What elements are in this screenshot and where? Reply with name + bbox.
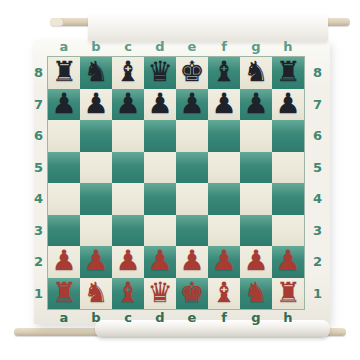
square-c8[interactable]: ♝ — [112, 57, 144, 89]
square-f7[interactable]: ♟ — [208, 89, 240, 121]
rank-label-right-2: 2 — [310, 246, 325, 278]
square-f5[interactable] — [208, 152, 240, 184]
square-h4[interactable] — [272, 183, 304, 215]
square-c7[interactable]: ♟ — [112, 89, 144, 121]
square-f8[interactable]: ♝ — [208, 57, 240, 89]
square-g6[interactable] — [240, 120, 272, 152]
rank-label-left-3: 3 — [31, 215, 46, 247]
square-h8[interactable]: ♜ — [272, 57, 304, 89]
square-e8[interactable]: ♚ — [176, 57, 208, 89]
rank-label-left-6: 6 — [31, 120, 46, 152]
file-label-top-d: d — [144, 39, 176, 55]
piece-black-knight[interactable]: ♞ — [243, 57, 268, 87]
piece-red-bishop[interactable]: ♝ — [211, 278, 236, 308]
piece-black-pawn[interactable]: ♟ — [83, 89, 108, 119]
piece-black-pawn[interactable]: ♟ — [275, 89, 300, 119]
piece-red-pawn[interactable]: ♟ — [243, 246, 268, 276]
rank-label-left-1: 1 — [31, 278, 46, 310]
square-e4[interactable] — [176, 183, 208, 215]
square-d8[interactable]: ♛ — [144, 57, 176, 89]
piece-black-pawn[interactable]: ♟ — [243, 89, 268, 119]
square-a7[interactable]: ♟ — [48, 89, 80, 121]
square-c2[interactable]: ♟ — [112, 246, 144, 278]
piece-red-knight[interactable]: ♞ — [243, 278, 268, 308]
piece-red-pawn[interactable]: ♟ — [51, 246, 76, 276]
square-b4[interactable] — [80, 183, 112, 215]
piece-red-pawn[interactable]: ♟ — [83, 246, 108, 276]
rank-label-left-4: 4 — [31, 183, 46, 215]
square-a3[interactable] — [48, 215, 80, 247]
piece-black-knight[interactable]: ♞ — [83, 57, 108, 87]
square-b8[interactable]: ♞ — [80, 57, 112, 89]
file-label-bottom-e: e — [176, 310, 208, 326]
piece-black-pawn[interactable]: ♟ — [211, 89, 236, 119]
square-c4[interactable] — [112, 183, 144, 215]
square-f3[interactable] — [208, 215, 240, 247]
square-c5[interactable] — [112, 152, 144, 184]
square-a6[interactable] — [48, 120, 80, 152]
rank-label-right-5: 5 — [310, 152, 325, 184]
rank-label-left-7: 7 — [31, 89, 46, 121]
square-g4[interactable] — [240, 183, 272, 215]
rank-label-right-3: 3 — [310, 215, 325, 247]
piece-black-pawn[interactable]: ♟ — [115, 89, 140, 119]
square-f6[interactable] — [208, 120, 240, 152]
piece-black-bishop[interactable]: ♝ — [211, 57, 236, 87]
square-a5[interactable] — [48, 152, 80, 184]
file-label-bottom-h: h — [272, 310, 304, 326]
piece-red-queen[interactable]: ♛ — [147, 278, 172, 308]
file-label-bottom-b: b — [80, 310, 112, 326]
square-b1[interactable]: ♞ — [80, 278, 112, 310]
piece-red-pawn[interactable]: ♟ — [115, 246, 140, 276]
square-g5[interactable] — [240, 152, 272, 184]
square-d2[interactable]: ♟ — [144, 246, 176, 278]
square-d4[interactable] — [144, 183, 176, 215]
file-label-bottom-d: d — [144, 310, 176, 326]
piece-black-pawn[interactable]: ♟ — [179, 89, 204, 119]
piece-red-pawn[interactable]: ♟ — [147, 246, 172, 276]
square-f4[interactable] — [208, 183, 240, 215]
square-h2[interactable]: ♟ — [272, 246, 304, 278]
square-e3[interactable] — [176, 215, 208, 247]
square-h1[interactable]: ♜ — [272, 278, 304, 310]
rank-label-right-4: 4 — [310, 183, 325, 215]
rank-label-right-1: 1 — [310, 278, 325, 310]
square-b6[interactable] — [80, 120, 112, 152]
square-e6[interactable] — [176, 120, 208, 152]
square-h3[interactable] — [272, 215, 304, 247]
square-h5[interactable] — [272, 152, 304, 184]
piece-black-pawn[interactable]: ♟ — [51, 89, 76, 119]
file-label-top-c: c — [112, 39, 144, 55]
square-a2[interactable]: ♟ — [48, 246, 80, 278]
file-label-top-h: h — [272, 39, 304, 55]
square-d1[interactable]: ♛ — [144, 278, 176, 310]
square-d6[interactable] — [144, 120, 176, 152]
file-label-top-f: f — [208, 39, 240, 55]
file-label-top-a: a — [48, 39, 80, 55]
square-g8[interactable]: ♞ — [240, 57, 272, 89]
square-c6[interactable] — [112, 120, 144, 152]
square-a8[interactable]: ♜ — [48, 57, 80, 89]
rank-label-right-6: 6 — [310, 120, 325, 152]
file-labels-top: abcdefgh — [48, 39, 304, 55]
piece-black-king[interactable]: ♚ — [179, 57, 204, 87]
file-label-bottom-g: g — [240, 310, 272, 326]
square-g2[interactable]: ♟ — [240, 246, 272, 278]
demo-chess-banner-photo: abcdefgh 87654321 87654321 ♜♞♝♛♚♝♞♜♟♟♟♟♟… — [0, 0, 360, 360]
rank-label-right-8: 8 — [310, 57, 325, 89]
square-d3[interactable] — [144, 215, 176, 247]
piece-red-king[interactable]: ♚ — [179, 278, 204, 308]
chess-board: ♜♞♝♛♚♝♞♜♟♟♟♟♟♟♟♟♟♟♟♟♟♟♟♟♜♞♝♛♚♝♞♜ — [48, 57, 304, 309]
square-f2[interactable]: ♟ — [208, 246, 240, 278]
piece-black-bishop[interactable]: ♝ — [115, 57, 140, 87]
square-d7[interactable]: ♟ — [144, 89, 176, 121]
square-b2[interactable]: ♟ — [80, 246, 112, 278]
square-e5[interactable] — [176, 152, 208, 184]
square-e2[interactable]: ♟ — [176, 246, 208, 278]
piece-red-bishop[interactable]: ♝ — [115, 278, 140, 308]
square-e7[interactable]: ♟ — [176, 89, 208, 121]
piece-red-rook[interactable]: ♜ — [51, 278, 76, 308]
file-labels-bottom: abcdefgh — [48, 310, 304, 326]
square-e1[interactable]: ♚ — [176, 278, 208, 310]
square-g3[interactable] — [240, 215, 272, 247]
rank-label-left-8: 8 — [31, 57, 46, 89]
square-d5[interactable] — [144, 152, 176, 184]
square-c1[interactable]: ♝ — [112, 278, 144, 310]
file-label-bottom-c: c — [112, 310, 144, 326]
rank-label-right-7: 7 — [310, 89, 325, 121]
piece-red-pawn[interactable]: ♟ — [179, 246, 204, 276]
square-c3[interactable] — [112, 215, 144, 247]
piece-black-rook[interactable]: ♜ — [275, 57, 300, 87]
piece-black-queen[interactable]: ♛ — [147, 57, 172, 87]
file-label-bottom-a: a — [48, 310, 80, 326]
square-f1[interactable]: ♝ — [208, 278, 240, 310]
piece-red-rook[interactable]: ♜ — [275, 278, 300, 308]
rank-label-left-2: 2 — [31, 246, 46, 278]
piece-red-pawn[interactable]: ♟ — [275, 246, 300, 276]
square-g7[interactable]: ♟ — [240, 89, 272, 121]
rank-labels-left: 87654321 — [31, 57, 46, 309]
square-b5[interactable] — [80, 152, 112, 184]
square-g1[interactable]: ♞ — [240, 278, 272, 310]
rank-label-left-5: 5 — [31, 152, 46, 184]
piece-red-knight[interactable]: ♞ — [83, 278, 108, 308]
square-b3[interactable] — [80, 215, 112, 247]
file-label-top-b: b — [80, 39, 112, 55]
square-a4[interactable] — [48, 183, 80, 215]
file-label-top-g: g — [240, 39, 272, 55]
top-rod-sleeve — [88, 12, 328, 42]
file-label-bottom-f: f — [208, 310, 240, 326]
file-label-top-e: e — [176, 39, 208, 55]
square-h7[interactable]: ♟ — [272, 89, 304, 121]
piece-red-pawn[interactable]: ♟ — [211, 246, 236, 276]
square-h6[interactable] — [272, 120, 304, 152]
square-a1[interactable]: ♜ — [48, 278, 80, 310]
piece-black-pawn[interactable]: ♟ — [147, 89, 172, 119]
square-b7[interactable]: ♟ — [80, 89, 112, 121]
rank-labels-right: 87654321 — [310, 57, 325, 309]
piece-black-rook[interactable]: ♜ — [51, 57, 76, 87]
